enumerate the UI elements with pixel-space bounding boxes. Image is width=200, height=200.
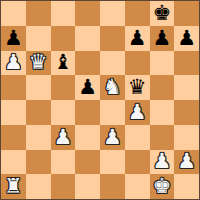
white-pawn-piece: ♟: [53, 127, 72, 148]
square-d8[interactable]: [75, 1, 100, 26]
square-e3[interactable]: ♟: [100, 125, 125, 150]
black-queen-piece: ♛: [128, 77, 147, 98]
square-b4[interactable]: [26, 100, 51, 125]
square-c4[interactable]: [51, 100, 76, 125]
square-b8[interactable]: [26, 1, 51, 26]
square-h3[interactable]: [174, 125, 199, 150]
square-a1[interactable]: ♜: [1, 174, 26, 199]
square-c7[interactable]: [51, 26, 76, 51]
white-pawn-piece: ♟: [103, 127, 122, 148]
square-a2[interactable]: [1, 150, 26, 175]
black-pawn-piece: ♟: [177, 28, 196, 49]
square-h1[interactable]: [174, 174, 199, 199]
square-d3[interactable]: [75, 125, 100, 150]
chess-board: ♚♟♟♟♟♟♛♝♟♞♛♟♟♟♟♟♜♚: [0, 0, 200, 200]
black-pawn-piece: ♟: [78, 77, 97, 98]
square-c8[interactable]: [51, 1, 76, 26]
square-e1[interactable]: [100, 174, 125, 199]
square-d7[interactable]: [75, 26, 100, 51]
square-f5[interactable]: ♛: [125, 75, 150, 100]
square-e8[interactable]: [100, 1, 125, 26]
square-g1[interactable]: ♚: [150, 174, 175, 199]
square-e6[interactable]: [100, 51, 125, 76]
black-bishop-piece: ♝: [53, 52, 72, 73]
square-b1[interactable]: [26, 174, 51, 199]
white-pawn-piece: ♟: [152, 151, 171, 172]
square-f8[interactable]: [125, 1, 150, 26]
square-f7[interactable]: ♟: [125, 26, 150, 51]
black-pawn-piece: ♟: [128, 28, 147, 49]
square-f2[interactable]: [125, 150, 150, 175]
square-e4[interactable]: [100, 100, 125, 125]
square-g3[interactable]: [150, 125, 175, 150]
square-d6[interactable]: [75, 51, 100, 76]
white-queen-piece: ♛: [29, 52, 48, 73]
square-h6[interactable]: [174, 51, 199, 76]
square-a7[interactable]: ♟: [1, 26, 26, 51]
white-pawn-piece: ♟: [128, 102, 147, 123]
square-g5[interactable]: [150, 75, 175, 100]
black-pawn-piece: ♟: [152, 28, 171, 49]
square-h5[interactable]: [174, 75, 199, 100]
square-a4[interactable]: [1, 100, 26, 125]
square-d4[interactable]: [75, 100, 100, 125]
square-e2[interactable]: [100, 150, 125, 175]
square-d1[interactable]: [75, 174, 100, 199]
square-g7[interactable]: ♟: [150, 26, 175, 51]
square-c6[interactable]: ♝: [51, 51, 76, 76]
square-g8[interactable]: ♚: [150, 1, 175, 26]
square-f3[interactable]: [125, 125, 150, 150]
square-f1[interactable]: [125, 174, 150, 199]
white-king-piece: ♚: [152, 176, 171, 197]
white-pawn-piece: ♟: [177, 151, 196, 172]
white-rook-piece: ♜: [4, 176, 23, 197]
square-c3[interactable]: ♟: [51, 125, 76, 150]
square-g6[interactable]: [150, 51, 175, 76]
square-e5[interactable]: ♞: [100, 75, 125, 100]
square-f6[interactable]: [125, 51, 150, 76]
square-b5[interactable]: [26, 75, 51, 100]
square-h2[interactable]: ♟: [174, 150, 199, 175]
square-f4[interactable]: ♟: [125, 100, 150, 125]
white-pawn-piece: ♟: [4, 52, 23, 73]
square-h7[interactable]: ♟: [174, 26, 199, 51]
square-b7[interactable]: [26, 26, 51, 51]
square-a3[interactable]: [1, 125, 26, 150]
square-a6[interactable]: ♟: [1, 51, 26, 76]
white-knight-piece: ♞: [103, 77, 122, 98]
square-a8[interactable]: [1, 1, 26, 26]
square-c1[interactable]: [51, 174, 76, 199]
square-d5[interactable]: ♟: [75, 75, 100, 100]
square-e7[interactable]: [100, 26, 125, 51]
square-c2[interactable]: [51, 150, 76, 175]
square-a5[interactable]: [1, 75, 26, 100]
square-g2[interactable]: ♟: [150, 150, 175, 175]
black-pawn-piece: ♟: [4, 28, 23, 49]
square-d2[interactable]: [75, 150, 100, 175]
square-b3[interactable]: [26, 125, 51, 150]
black-king-piece: ♚: [152, 3, 171, 24]
square-c5[interactable]: [51, 75, 76, 100]
square-h4[interactable]: [174, 100, 199, 125]
square-g4[interactable]: [150, 100, 175, 125]
square-b2[interactable]: [26, 150, 51, 175]
square-h8[interactable]: [174, 1, 199, 26]
square-b6[interactable]: ♛: [26, 51, 51, 76]
